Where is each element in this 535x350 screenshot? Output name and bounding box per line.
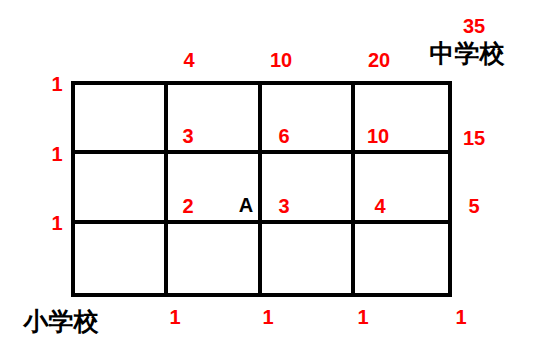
grid-cell bbox=[168, 224, 261, 293]
grid-cell bbox=[262, 154, 355, 223]
lattice-path-diagram: 35中学校41020136101512A3451小学校1111 bbox=[0, 0, 535, 350]
path-count-1-bottom-1: 1 bbox=[169, 307, 180, 327]
path-count-15: 15 bbox=[463, 128, 485, 148]
path-count-10-top: 10 bbox=[270, 50, 292, 70]
grid-cell bbox=[75, 154, 168, 223]
path-count-1-left-mid: 1 bbox=[51, 144, 62, 164]
grid-cell bbox=[262, 85, 355, 154]
path-count-5: 5 bbox=[468, 196, 479, 216]
path-count-35-end: 35 bbox=[463, 16, 485, 36]
grid-cell bbox=[262, 224, 355, 293]
path-count-1-bottom-3: 1 bbox=[357, 307, 368, 327]
grid-cell bbox=[168, 85, 261, 154]
path-count-4: 4 bbox=[183, 50, 194, 70]
grid-cell bbox=[355, 85, 448, 154]
path-count-1-bottom-4: 1 bbox=[455, 307, 466, 327]
path-count-1-left-bottom: 1 bbox=[51, 213, 62, 233]
grid-cell bbox=[355, 154, 448, 223]
end-school-label: 中学校 bbox=[430, 41, 505, 66]
path-count-20: 20 bbox=[368, 50, 390, 70]
grid-cell bbox=[75, 224, 168, 293]
grid-cell bbox=[355, 224, 448, 293]
street-grid-board bbox=[71, 81, 452, 297]
path-count-1-left-top: 1 bbox=[51, 74, 62, 94]
path-count-1-bottom-2: 1 bbox=[262, 307, 273, 327]
start-school-label: 小学校 bbox=[24, 309, 99, 334]
grid-cell bbox=[168, 154, 261, 223]
grid-cell bbox=[75, 85, 168, 154]
